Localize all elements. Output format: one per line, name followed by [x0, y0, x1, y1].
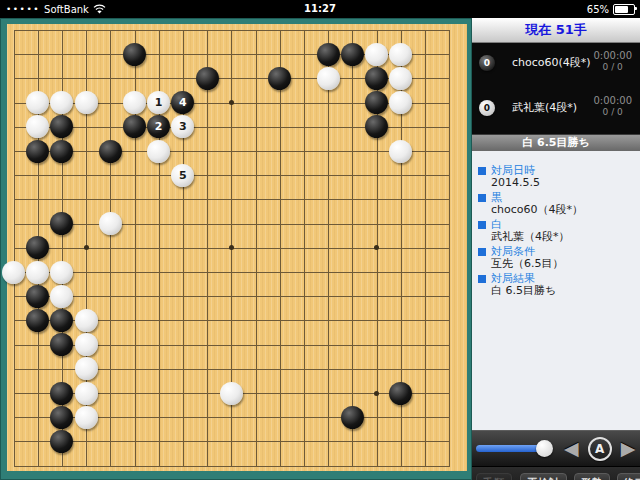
star-point — [374, 245, 379, 250]
grid-line — [449, 30, 450, 467]
stone-white — [389, 43, 412, 66]
player-name: choco60(4段*) — [512, 44, 591, 81]
move-number-label: 2 — [155, 121, 163, 132]
bullet-icon — [478, 248, 486, 256]
info-value: choco60（4段*） — [478, 204, 640, 216]
stone-white — [317, 67, 340, 90]
move-number-label: 5 — [179, 170, 187, 181]
grid-line — [14, 296, 451, 297]
grid-line — [14, 272, 451, 273]
stone-black — [50, 430, 73, 453]
grid-line — [352, 30, 353, 467]
info-item: 対局条件互先（6.5目） — [478, 245, 640, 270]
app-screen: ••••• SoftBank 11:27 65% 14235 現在 51手 0c… — [0, 0, 640, 480]
stone-white — [220, 382, 243, 405]
stone-white — [2, 261, 25, 284]
star-point — [229, 100, 234, 105]
stone-white — [389, 140, 412, 163]
stone-white — [147, 140, 170, 163]
clock: 11:27 — [0, 0, 640, 18]
prev-move-button[interactable]: ◀ — [564, 439, 579, 458]
stone-white — [50, 91, 73, 114]
stone-black — [317, 43, 340, 66]
go-board[interactable]: 14235 — [7, 24, 467, 471]
grid-line — [425, 30, 426, 467]
stone-black — [123, 115, 146, 138]
grid-line — [14, 466, 451, 467]
next-move-button[interactable]: ▶ — [621, 439, 636, 458]
player-panel: 0choco60(4段*)0:00:000 / 00武礼葉(4段*)0:00:0… — [472, 43, 640, 134]
info-item: 白武礼葉（4段*） — [478, 218, 640, 243]
stone-white — [26, 261, 49, 284]
stone-black — [268, 67, 291, 90]
stone-black — [26, 309, 49, 332]
game-info-list: 対局日時2014.5.5黒choco60（4段*）白武礼葉（4段*）対局条件互先… — [472, 151, 640, 430]
battery-percent: 65% — [587, 4, 609, 15]
stone-black — [365, 67, 388, 90]
move-number-label: 1 — [155, 97, 163, 108]
player-clock: 0:00:000 / 0 — [593, 50, 632, 73]
stone-black — [50, 406, 73, 429]
stone-black — [341, 43, 364, 66]
white-captures-badge: 0 — [479, 100, 495, 116]
battery-icon — [613, 4, 635, 15]
info-item: 対局日時2014.5.5 — [478, 164, 640, 189]
board-frame: 14235 — [0, 18, 472, 480]
stone-white: 3 — [171, 115, 194, 138]
stone-black — [389, 382, 412, 405]
stone-white: 5 — [171, 164, 194, 187]
stone-black — [50, 140, 73, 163]
stone-white — [75, 406, 98, 429]
slider-fill — [476, 445, 545, 452]
bullet-icon — [478, 275, 486, 283]
auto-play-label: A — [595, 442, 604, 456]
stone-white — [75, 357, 98, 380]
info-value: 白 6.5目勝ち — [478, 285, 640, 297]
player-name: 武礼葉(4段*) — [512, 89, 577, 126]
grid-line — [280, 30, 281, 467]
grid-line — [304, 30, 305, 467]
black-captures-badge: 0 — [479, 55, 495, 71]
stone-black — [50, 333, 73, 356]
stone-white — [75, 382, 98, 405]
playback-controls: ◀ A ▶ — [472, 430, 640, 466]
stone-white: 1 — [147, 91, 170, 114]
stone-white — [50, 261, 73, 284]
auto-play-button[interactable]: A — [588, 437, 612, 461]
stone-white — [75, 309, 98, 332]
slider-thumb[interactable] — [536, 440, 553, 457]
stone-white — [26, 115, 49, 138]
end-button[interactable]: 終了 — [617, 473, 640, 480]
stone-white — [99, 212, 122, 235]
sidebar: 現在 51手 0choco60(4段*)0:00:000 / 00武礼葉(4段*… — [472, 18, 640, 480]
info-item: 対局結果白 6.5目勝ち — [478, 272, 640, 297]
player-row-black: 0choco60(4段*)0:00:000 / 0 — [472, 44, 640, 81]
info-value: 2014.5.5 — [478, 177, 640, 189]
stone-black — [50, 115, 73, 138]
star-point — [229, 245, 234, 250]
stone-black — [99, 140, 122, 163]
bullet-icon — [478, 221, 486, 229]
stone-white — [75, 91, 98, 114]
info-value: 武礼葉（4段*） — [478, 231, 640, 243]
action-button-bar: 手順再検討形勢終了 — [472, 466, 640, 480]
result-banner: 白 6.5目勝ち — [472, 134, 640, 151]
move-number-label: 4 — [179, 97, 187, 108]
stone-black — [26, 140, 49, 163]
info-value: 互先（6.5目） — [478, 258, 640, 270]
stone-black — [50, 382, 73, 405]
stone-black — [365, 115, 388, 138]
stone-black — [196, 67, 219, 90]
grid-line — [328, 30, 329, 467]
status-bar: ••••• SoftBank 11:27 65% — [0, 0, 640, 18]
move-number-label: 3 — [179, 121, 187, 132]
stone-white — [389, 91, 412, 114]
evaluation-button[interactable]: 形勢 — [574, 473, 610, 480]
stone-black — [26, 236, 49, 259]
player-row-white: 0武礼葉(4段*)0:00:000 / 0 — [472, 89, 640, 126]
stone-black — [365, 91, 388, 114]
bullet-icon — [478, 194, 486, 202]
stone-black — [50, 212, 73, 235]
grid-line — [14, 441, 451, 442]
move-slider[interactable] — [476, 445, 553, 452]
star-point — [374, 391, 379, 396]
stone-white — [50, 285, 73, 308]
star-point — [84, 245, 89, 250]
stone-black — [123, 43, 146, 66]
stone-white — [75, 333, 98, 356]
stone-black — [50, 309, 73, 332]
stone-black: 4 — [171, 91, 194, 114]
stone-white — [365, 43, 388, 66]
stone-white — [123, 91, 146, 114]
bullet-icon — [478, 167, 486, 175]
status-right: 65% — [587, 0, 635, 18]
grid-line — [256, 30, 257, 467]
steps-button: 手順 — [476, 473, 512, 480]
stone-black — [341, 406, 364, 429]
stone-black: 2 — [147, 115, 170, 138]
info-item: 黒choco60（4段*） — [478, 191, 640, 216]
player-clock: 0:00:000 / 0 — [593, 95, 632, 118]
move-counter: 現在 51手 — [472, 18, 640, 43]
stone-white — [389, 67, 412, 90]
stone-black — [26, 285, 49, 308]
stone-white — [26, 91, 49, 114]
review-button[interactable]: 再検討 — [520, 473, 567, 480]
